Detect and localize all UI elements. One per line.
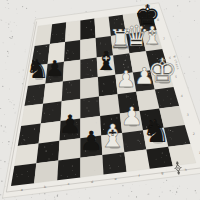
- square-a2[interactable]: [14, 143, 38, 166]
- square-c5[interactable]: [62, 79, 81, 101]
- piece-black-knight-g2[interactable]: ♞: [142, 112, 171, 150]
- square-e4[interactable]: [99, 94, 120, 116]
- square-b2[interactable]: [36, 141, 59, 164]
- square-a1[interactable]: [11, 163, 36, 186]
- file-label-e: e: [114, 177, 116, 181]
- square-d8[interactable]: [80, 19, 95, 41]
- piece-white-bishop-e2[interactable]: ♝: [99, 117, 128, 155]
- rank-label-3: 3: [187, 113, 189, 117]
- square-d1[interactable]: [80, 155, 103, 177]
- square-b8[interactable]: [50, 22, 66, 44]
- square-b3[interactable]: [39, 121, 61, 143]
- square-a3[interactable]: [18, 124, 41, 147]
- file-label-g: g: [161, 171, 163, 175]
- chessboard-photo: abcdefgh87654321♛ chess♚♜♛♝♞♟♝♟♟♚♟♟♟♝♞: [0, 0, 200, 200]
- piece-white-king-h5[interactable]: ♚: [148, 51, 178, 90]
- piece-black-bishop-e6[interactable]: ♝: [94, 45, 118, 76]
- square-b1[interactable]: [34, 161, 58, 184]
- file-label-d: d: [91, 180, 93, 184]
- piece-black-pawn-b6[interactable]: ♟: [45, 56, 64, 81]
- square-e5[interactable]: [98, 75, 118, 97]
- rank-label-1: 1: [199, 151, 200, 155]
- square-c8[interactable]: [65, 20, 80, 42]
- piece-black-pawn-c3[interactable]: ♟: [59, 110, 82, 139]
- file-label-a: a: [21, 188, 23, 192]
- square-d5[interactable]: [80, 77, 99, 99]
- square-c2[interactable]: [58, 138, 80, 160]
- file-label-b: b: [44, 185, 46, 189]
- file-label-c: c: [68, 182, 70, 186]
- photo-canvas: abcdefgh87654321♛ chess♚♜♛♝♞♟♝♟♟♚♟♟♟♝♞: [0, 0, 200, 200]
- square-b5[interactable]: [43, 82, 63, 104]
- rank-label-2: 2: [193, 132, 195, 136]
- square-f1[interactable]: [124, 150, 149, 172]
- file-label-h: h: [185, 168, 187, 172]
- square-d4[interactable]: [80, 97, 100, 119]
- square-c6[interactable]: [63, 60, 80, 82]
- rank-label-4: 4: [181, 94, 183, 98]
- square-a4[interactable]: [21, 104, 43, 126]
- piece-white-bishop-h7[interactable]: ♝: [141, 21, 163, 50]
- square-g1[interactable]: [146, 147, 173, 169]
- square-c1[interactable]: [57, 158, 80, 181]
- square-e1[interactable]: [102, 152, 126, 174]
- square-c7[interactable]: [64, 40, 80, 62]
